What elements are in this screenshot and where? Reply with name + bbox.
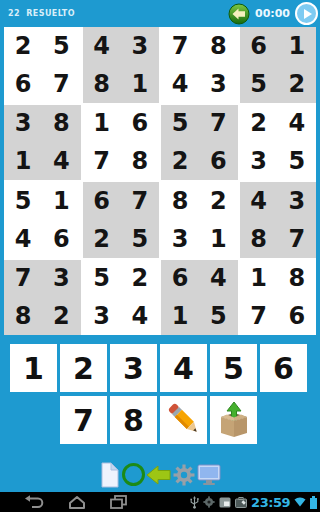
board-cell-r7c2[interactable]: 3	[42, 260, 80, 298]
left-arrow-icon	[147, 465, 171, 485]
board-cell-r1c7[interactable]: 6	[240, 27, 278, 65]
board-cell-r8c7[interactable]: 7	[240, 297, 278, 335]
board-block: 1876	[240, 260, 317, 336]
board-cell-r4c6[interactable]: 6	[199, 142, 237, 180]
board-cell-r4c7[interactable]: 3	[240, 142, 278, 180]
digit-1-button[interactable]: 1	[10, 344, 57, 392]
board-cell-r8c4[interactable]: 4	[121, 297, 159, 335]
board-block: 4381	[83, 27, 160, 103]
board-block: 7843	[161, 27, 238, 103]
board-cell-r7c4[interactable]: 2	[121, 260, 159, 298]
back-arrow-button[interactable]	[147, 465, 171, 485]
board-cell-r7c8[interactable]: 8	[278, 260, 316, 298]
play-button[interactable]	[295, 2, 318, 25]
board-block: 6152	[240, 27, 317, 103]
board-cell-r1c8[interactable]: 1	[278, 27, 316, 65]
board-cell-r5c5[interactable]: 8	[161, 182, 199, 220]
board-block: 5726	[161, 105, 238, 181]
top-bar: 22 RESUELTO 00:00	[0, 0, 320, 27]
board-block: 6415	[161, 260, 238, 336]
back-icon	[25, 495, 45, 509]
board-cell-r8c3[interactable]: 3	[83, 297, 121, 335]
board-cell-r7c3[interactable]: 5	[83, 260, 121, 298]
board-cell-r8c8[interactable]: 6	[278, 297, 316, 335]
board-cell-r4c4[interactable]: 8	[121, 142, 159, 180]
digit-6-button[interactable]: 6	[260, 344, 307, 392]
board-block: 4387	[240, 182, 317, 258]
digit-7-button[interactable]: 7	[60, 396, 107, 444]
home-icon	[68, 495, 86, 509]
board-cell-r4c2[interactable]: 4	[42, 142, 80, 180]
board-cell-r1c3[interactable]: 4	[83, 27, 121, 65]
board-block: 7382	[4, 260, 81, 336]
board-cell-r6c1[interactable]: 4	[4, 220, 42, 258]
board-cell-r1c4[interactable]: 3	[121, 27, 159, 65]
board-cell-r1c6[interactable]: 8	[199, 27, 237, 65]
board-cell-r5c7[interactable]: 4	[240, 182, 278, 220]
storage-icon	[235, 497, 247, 508]
puzzle-title: 22 RESUELTO	[8, 9, 75, 18]
nav-home-button[interactable]	[68, 492, 86, 512]
gear-icon	[173, 464, 195, 486]
board-cell-r3c3[interactable]: 1	[83, 105, 121, 143]
display-button[interactable]	[197, 464, 221, 486]
box-up-button[interactable]	[210, 396, 257, 444]
board-block: 8231	[161, 182, 238, 258]
gallery-icon	[219, 497, 231, 508]
number-picker-row-2: 7 8	[60, 396, 257, 444]
digit-4-button[interactable]: 4	[160, 344, 207, 392]
board-cell-r5c2[interactable]: 1	[42, 182, 80, 220]
number-picker-row-1: 1 2 3 4 5 6	[10, 344, 307, 392]
top-bar-controls: 00:00	[228, 0, 318, 27]
green-circle-icon	[122, 463, 145, 486]
board-cell-r2c7[interactable]: 5	[240, 65, 278, 103]
board-cell-r1c5[interactable]: 7	[161, 27, 199, 65]
board-cell-r7c6[interactable]: 4	[199, 260, 237, 298]
android-navbar: 23:59	[0, 492, 320, 512]
board-cell-r5c3[interactable]: 6	[83, 182, 121, 220]
recents-icon	[110, 495, 127, 509]
debug-icon	[203, 496, 215, 508]
board-cell-r3c7[interactable]: 2	[240, 105, 278, 143]
board-cell-r5c4[interactable]: 7	[121, 182, 159, 220]
check-button[interactable]	[122, 463, 145, 486]
bottom-toolbar	[0, 460, 320, 489]
monitor-icon	[197, 464, 221, 486]
board-cell-r5c8[interactable]: 3	[278, 182, 316, 220]
board-cell-r2c6[interactable]: 3	[199, 65, 237, 103]
board-cell-r8c5[interactable]: 1	[161, 297, 199, 335]
undo-button[interactable]	[228, 3, 250, 25]
board-cell-r6c8[interactable]: 7	[278, 220, 316, 258]
battery-icon	[310, 496, 317, 509]
board-cell-r2c3[interactable]: 8	[83, 65, 121, 103]
digit-5-button[interactable]: 5	[210, 344, 257, 392]
play-icon	[304, 9, 312, 19]
board-cell-r7c1[interactable]: 7	[4, 260, 42, 298]
board-block: 2435	[240, 105, 317, 181]
board-cell-r2c2[interactable]: 7	[42, 65, 80, 103]
board-block: 5234	[83, 260, 160, 336]
box-up-icon	[214, 400, 254, 440]
board-cell-r4c5[interactable]: 2	[161, 142, 199, 180]
sudoku-board: 2567438178436152381416785726243551466725…	[4, 27, 316, 335]
board-cell-r5c1[interactable]: 5	[4, 182, 42, 220]
board-cell-r6c5[interactable]: 3	[161, 220, 199, 258]
board-cell-r2c4[interactable]: 1	[121, 65, 159, 103]
board-cell-r6c6[interactable]: 1	[199, 220, 237, 258]
digit-8-button[interactable]: 8	[110, 396, 157, 444]
board-block: 6725	[83, 182, 160, 258]
digit-2-button[interactable]: 2	[60, 344, 107, 392]
board-cell-r3c4[interactable]: 6	[121, 105, 159, 143]
board-cell-r2c1[interactable]: 6	[4, 65, 42, 103]
board-cell-r2c5[interactable]: 4	[161, 65, 199, 103]
pencil-button[interactable]	[160, 396, 207, 444]
board-cell-r2c8[interactable]: 2	[278, 65, 316, 103]
board-cell-r7c5[interactable]: 6	[161, 260, 199, 298]
digit-3-button[interactable]: 3	[110, 344, 157, 392]
system-clock: 23:59	[251, 496, 290, 509]
board-cell-r5c6[interactable]: 2	[199, 182, 237, 220]
board-cell-r8c6[interactable]: 5	[199, 297, 237, 335]
board-cell-r1c2[interactable]: 5	[42, 27, 80, 65]
board-cell-r4c3[interactable]: 7	[83, 142, 121, 180]
usb-icon	[190, 496, 199, 509]
board-cell-r6c3[interactable]: 2	[83, 220, 121, 258]
undo-arrow-icon	[228, 3, 250, 25]
board-cell-r3c5[interactable]: 5	[161, 105, 199, 143]
board-block: 3814	[4, 105, 81, 181]
board-cell-r4c8[interactable]: 5	[278, 142, 316, 180]
status-cluster: 23:59	[190, 492, 317, 512]
board-cell-r6c2[interactable]: 6	[42, 220, 80, 258]
wifi-icon	[294, 497, 306, 507]
settings-button[interactable]	[173, 464, 195, 486]
new-page-icon	[100, 462, 120, 488]
board-block: 2567	[4, 27, 81, 103]
board-cell-r8c2[interactable]: 2	[42, 297, 80, 335]
nav-back-button[interactable]	[25, 492, 45, 512]
nav-recents-button[interactable]	[110, 492, 127, 512]
pencil-icon	[164, 400, 204, 440]
board-cell-r3c2[interactable]: 8	[42, 105, 80, 143]
board-cell-r6c4[interactable]: 5	[121, 220, 159, 258]
board-block: 1678	[83, 105, 160, 181]
board-cell-r8c1[interactable]: 8	[4, 297, 42, 335]
board-cell-r3c6[interactable]: 7	[199, 105, 237, 143]
board-cell-r6c7[interactable]: 8	[240, 220, 278, 258]
board-cell-r1c1[interactable]: 2	[4, 27, 42, 65]
new-game-button[interactable]	[100, 462, 120, 488]
board-block: 5146	[4, 182, 81, 258]
board-cell-r7c7[interactable]: 1	[240, 260, 278, 298]
board-cell-r3c1[interactable]: 3	[4, 105, 42, 143]
board-cell-r4c1[interactable]: 1	[4, 142, 42, 180]
game-timer: 00:00	[255, 7, 290, 20]
board-cell-r3c8[interactable]: 4	[278, 105, 316, 143]
